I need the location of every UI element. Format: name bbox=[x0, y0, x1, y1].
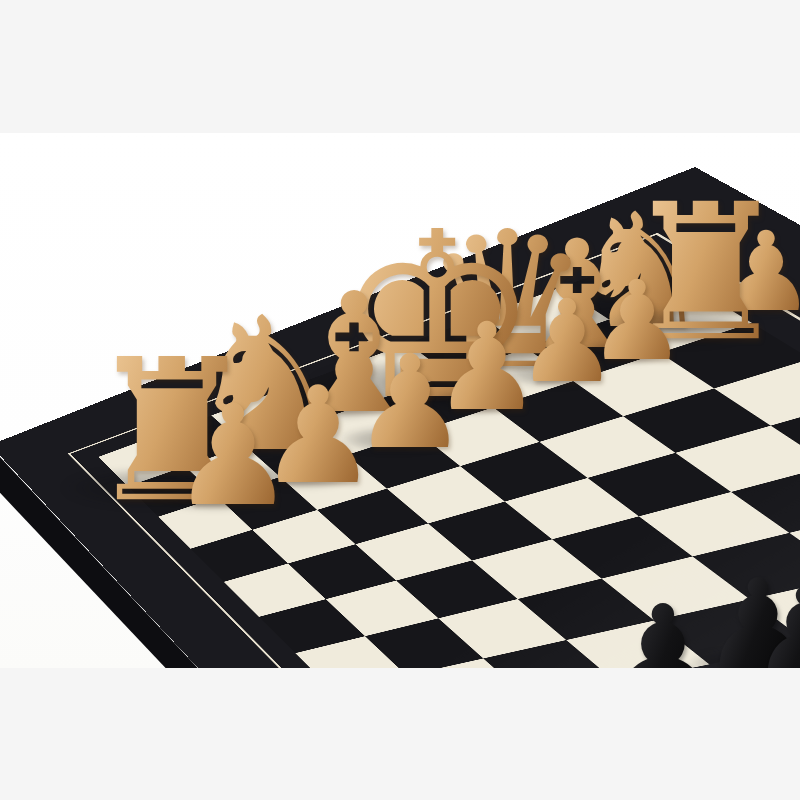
bottom-matte-strip bbox=[0, 668, 800, 800]
top-matte-strip bbox=[0, 0, 800, 133]
photo-area: ♟♞♜♝♟♛♟♚♟♝♞♟♟♜♟♟♟♟ bbox=[0, 133, 800, 668]
product-photo-stage: ♟♞♜♝♟♛♟♚♟♝♞♟♟♜♟♟♟♟ bbox=[0, 0, 800, 800]
